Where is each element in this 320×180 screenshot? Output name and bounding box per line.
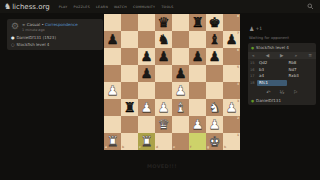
player-name[interactable]: DanielDf131 [256, 98, 281, 103]
white-pawn: ♟ [140, 99, 152, 116]
nav-item-tools[interactable]: Tools [161, 5, 173, 9]
move-number: 17 [248, 74, 257, 78]
coord-rank-8: 8 [237, 15, 239, 18]
white-pawn: ♟ [225, 99, 237, 116]
white-pawn: ♟ [106, 82, 118, 99]
white-king: ♚ [208, 133, 220, 150]
white-pawn: ♟ [157, 99, 169, 116]
coord-rank-2: 2 [237, 117, 239, 120]
square-a2[interactable] [104, 116, 121, 133]
game-mode-line: ∞ Casual • Correspondence [22, 22, 78, 27]
first-move-icon[interactable]: « [252, 53, 255, 58]
square-a4[interactable]: ♟ [104, 82, 121, 99]
coord-file-f: f [190, 146, 191, 149]
square-b8[interactable] [121, 14, 138, 31]
move-number: 16 [248, 68, 257, 72]
coord-rank-7: 7 [237, 32, 239, 35]
correspondence-link[interactable]: Correspondence [45, 22, 78, 27]
square-a5[interactable] [104, 65, 121, 82]
white-rook: ♜ [140, 133, 152, 150]
black-rook: ♜ [123, 99, 135, 116]
black-player-line: ○ Stockfish level 4 [11, 42, 99, 47]
search-icon [307, 3, 314, 10]
gear-icon[interactable]: ⚙ [11, 22, 19, 32]
square-c5[interactable]: ♟ [138, 65, 155, 82]
takeback-icon[interactable]: ↶ [266, 89, 270, 95]
white-knight: ♞ [208, 99, 220, 116]
square-g4[interactable] [206, 82, 223, 99]
square-b1[interactable]: b [121, 133, 138, 150]
square-c2[interactable] [138, 116, 155, 133]
coord-file-h: h [224, 146, 226, 149]
square-f2[interactable]: ♟ [189, 116, 206, 133]
move-row-18: 18Rfc1 [248, 80, 316, 87]
square-f3[interactable] [189, 99, 206, 116]
white-bishop: ♝ [174, 99, 186, 116]
coord-file-c: c [139, 146, 141, 149]
black-king: ♚ [208, 14, 220, 31]
square-c3[interactable]: ♟ [138, 99, 155, 116]
square-e4[interactable]: ♟ [172, 82, 189, 99]
square-b3[interactable]: ♜ [121, 99, 138, 116]
draw-offer-icon[interactable]: ½ [279, 89, 284, 95]
square-c4[interactable] [138, 82, 155, 99]
coord-file-e: e [173, 146, 175, 149]
square-c8[interactable] [138, 14, 155, 31]
game-side-panel: ● Stockfish level 4 «◀▶»≡ 15Qd2Rb816b3Nd… [248, 43, 316, 105]
square-f1[interactable]: f [189, 133, 206, 150]
black-pawn: ♟ [174, 65, 186, 82]
coord-file-b: b [122, 146, 124, 149]
square-g8[interactable]: ♚ [206, 14, 223, 31]
coord-file-a: a [105, 146, 107, 149]
square-a3[interactable] [104, 99, 121, 116]
move-18-black [287, 80, 317, 87]
square-d5[interactable] [155, 65, 172, 82]
square-h3[interactable]: ♟3 [223, 99, 240, 116]
lichess-page: ♞ lichess.org PlayPuzzlesLearnWatchCommu… [0, 0, 320, 180]
square-g7[interactable]: ♝ [206, 31, 223, 48]
square-e3[interactable]: ♝ [172, 99, 189, 116]
lichess-logo[interactable]: ♞ lichess.org [4, 2, 50, 11]
white-pawn: ♟ [208, 116, 220, 133]
square-d2[interactable]: ♛ [155, 116, 172, 133]
square-e2[interactable] [172, 116, 189, 133]
black-pawn: ♟ [106, 31, 118, 48]
square-e5[interactable]: ♟ [172, 65, 189, 82]
move-18-white[interactable]: Rfc1 [257, 80, 287, 87]
white-pawn: ♟ [191, 116, 203, 133]
knight-logo-icon: ♞ [4, 2, 11, 11]
square-e6[interactable] [172, 48, 189, 65]
square-f8[interactable]: ♜ [189, 14, 206, 31]
game-actions-bar: ↶½⚐ [248, 87, 316, 96]
game-mode-text: ∞ Casual • [22, 22, 45, 27]
coord-file-g: g [207, 146, 209, 149]
captured-pawn-icon: ♟ [249, 25, 254, 32]
white-player-name[interactable]: DanielDf131 (1523) [17, 35, 56, 40]
square-h8[interactable]: 8 [223, 14, 240, 31]
logo-text: lichess.org [12, 3, 49, 11]
black-player-name[interactable]: Stockfish level 4 [17, 42, 50, 47]
square-c7[interactable] [138, 31, 155, 48]
next-move-icon[interactable]: ▶ [280, 53, 283, 58]
black-pawn: ♟ [140, 48, 152, 65]
square-b5[interactable] [121, 65, 138, 82]
game-status-text: Waiting for opponent [249, 35, 289, 40]
game-meta-panel: ⚙ ∞ Casual • Correspondence 1 minute ago… [7, 19, 103, 50]
square-h2[interactable]: 2 [223, 116, 240, 133]
opponent-row: ● Stockfish level 4 [248, 43, 316, 52]
black-pawn: ♟ [140, 65, 152, 82]
resign-icon[interactable]: ⚐ [293, 89, 297, 95]
player-row: ● DanielDf131 [248, 96, 316, 105]
square-b6[interactable] [121, 48, 138, 65]
square-g5[interactable] [206, 65, 223, 82]
square-b7[interactable] [121, 31, 138, 48]
square-c6[interactable]: ♟ [138, 48, 155, 65]
black-dot-icon: ○ [11, 42, 15, 47]
square-h5[interactable]: 5 [223, 65, 240, 82]
material-advantage: ♟ +1 [249, 25, 262, 32]
coord-rank-3: 3 [237, 100, 239, 103]
square-d7[interactable]: ♞ [155, 31, 172, 48]
black-pawn: ♟ [191, 48, 203, 65]
top-navbar: ♞ lichess.org PlayPuzzlesLearnWatchCommu… [0, 0, 320, 13]
square-g6[interactable]: ♟ [206, 48, 223, 65]
move-nav-bar: «◀▶»≡ [248, 52, 316, 59]
square-c1[interactable]: ♜c [138, 133, 155, 150]
coord-rank-1: 1 [237, 134, 239, 137]
black-pawn: ♟ [225, 31, 237, 48]
square-h7[interactable]: ♟7 [223, 31, 240, 48]
square-h4[interactable]: 4 [223, 82, 240, 99]
video-caption: MOVED!!! [147, 163, 177, 169]
square-d4[interactable] [155, 82, 172, 99]
coord-rank-5: 5 [237, 66, 239, 69]
square-e1[interactable]: e [172, 133, 189, 150]
prev-move-icon[interactable]: ◀ [266, 53, 269, 58]
nav-item-puzzles[interactable]: Puzzles [74, 5, 90, 9]
nav-item-play[interactable]: Play [59, 5, 68, 9]
square-b4[interactable] [121, 82, 138, 99]
square-f6[interactable]: ♟ [189, 48, 206, 65]
white-queen: ♛ [157, 116, 169, 133]
nav-item-community[interactable]: Community [133, 5, 156, 9]
square-g3[interactable]: ♞ [206, 99, 223, 116]
opponent-name[interactable]: Stockfish level 4 [256, 45, 289, 50]
move-number: 15 [248, 61, 257, 65]
online-indicator-icon: ● [251, 46, 254, 50]
last-move-icon[interactable]: » [295, 53, 298, 58]
square-e7[interactable] [172, 31, 189, 48]
square-d6[interactable]: ♟ [155, 48, 172, 65]
black-pawn: ♟ [157, 48, 169, 65]
move-list-menu-icon[interactable]: ≡ [308, 53, 312, 58]
coord-file-d: d [156, 146, 158, 149]
coord-rank-6: 6 [237, 49, 239, 52]
square-e8[interactable] [172, 14, 189, 31]
white-pawn: ♟ [174, 82, 186, 99]
online-indicator-icon: ● [251, 99, 254, 103]
black-pawn: ♟ [208, 48, 220, 65]
black-bishop: ♝ [208, 31, 220, 48]
white-player-line: ● DanielDf131 (1523) [11, 35, 99, 40]
chess-board: ♛♜♚8♟♞♝♟7♟♟♟♟6♟♟5♟♟4♜♟♟♝♞♟3♛♟♟2♜ab♜cdef♚… [104, 14, 240, 150]
square-f7[interactable] [189, 31, 206, 48]
square-d8[interactable]: ♛ [155, 14, 172, 31]
square-h6[interactable]: 6 [223, 48, 240, 65]
square-h1[interactable]: h1 [223, 133, 240, 150]
material-advantage-value: +1 [255, 26, 262, 31]
square-d3[interactable]: ♟ [155, 99, 172, 116]
square-a7[interactable]: ♟ [104, 31, 121, 48]
nav-item-watch[interactable]: Watch [114, 5, 127, 9]
white-rook: ♜ [106, 133, 118, 150]
move-number: 18 [248, 81, 257, 85]
square-a1[interactable]: ♜a [104, 133, 121, 150]
square-d1[interactable]: d [155, 133, 172, 150]
square-f5[interactable] [189, 65, 206, 82]
square-f4[interactable] [189, 82, 206, 99]
main-nav: PlayPuzzlesLearnWatchCommunityTools [59, 5, 174, 9]
move-list: 15Qd2Rb816b3Nd717a4Rxb318Rfc1 [248, 59, 316, 87]
square-b2[interactable] [121, 116, 138, 133]
coord-rank-4: 4 [237, 83, 239, 86]
square-a8[interactable] [104, 14, 121, 31]
square-g1[interactable]: ♚g [206, 133, 223, 150]
white-dot-icon: ● [11, 35, 15, 40]
black-knight: ♞ [157, 31, 169, 48]
search-button[interactable] [307, 3, 314, 10]
black-queen: ♛ [157, 14, 169, 31]
square-a6[interactable] [104, 48, 121, 65]
game-time-ago: 1 minute ago [22, 28, 78, 32]
black-rook: ♜ [191, 14, 203, 31]
square-g2[interactable]: ♟ [206, 116, 223, 133]
nav-item-learn[interactable]: Learn [96, 5, 108, 9]
